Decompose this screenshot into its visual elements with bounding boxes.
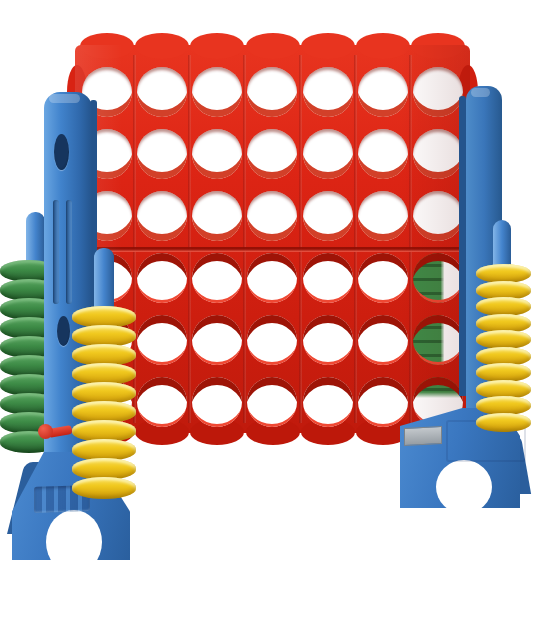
cell-r4c2[interactable] — [137, 253, 187, 303]
board-scallop-top — [80, 33, 134, 59]
left-foot-arch-cutout — [46, 510, 102, 574]
right-foot-arch-cutout — [436, 460, 492, 514]
left-front-disc-stack — [72, 306, 136, 499]
cell-r2c3[interactable] — [192, 129, 242, 179]
cell-r5c2[interactable] — [137, 315, 187, 365]
left-front-storage-post — [94, 248, 114, 314]
board-scallop-top — [301, 33, 355, 59]
cell-r5c5[interactable] — [303, 315, 353, 365]
cell-r5c6[interactable] — [358, 315, 408, 365]
board-scallop-top — [246, 33, 300, 59]
cell-r6c5[interactable] — [303, 377, 353, 427]
cell-r5c3[interactable] — [192, 315, 242, 365]
cell-r3c6[interactable] — [358, 191, 408, 241]
metal-plate — [404, 426, 442, 446]
disc-release-handle-knob[interactable] — [38, 424, 53, 439]
cell-r2c5[interactable] — [303, 129, 353, 179]
cell-r4c3[interactable] — [192, 253, 242, 303]
cell-r3c5[interactable] — [303, 191, 353, 241]
cell-r1c7[interactable] — [413, 67, 463, 117]
board-scallop-top — [356, 33, 410, 59]
cell-r4c5[interactable] — [303, 253, 353, 303]
cell-r1c4[interactable] — [247, 67, 297, 117]
cell-r2c7[interactable] — [413, 129, 463, 179]
cell-r1c6[interactable] — [358, 67, 408, 117]
cell-r1c5[interactable] — [303, 67, 353, 117]
yellow-disc[interactable] — [72, 477, 136, 499]
cell-r3c2[interactable] — [137, 191, 187, 241]
right-rear-upright-sliver — [459, 96, 466, 396]
board-scallop-top — [190, 33, 244, 59]
cell-r3c4[interactable] — [247, 191, 297, 241]
cell-r6c6[interactable] — [358, 377, 408, 427]
cell-r3c3[interactable] — [192, 191, 242, 241]
cell-r3c7[interactable] — [413, 191, 463, 241]
board-scallop-top — [411, 33, 465, 59]
cell-r4c4[interactable] — [247, 253, 297, 303]
board-scallop-top — [135, 33, 189, 59]
board-holes — [79, 61, 466, 433]
cell-r6c2[interactable] — [137, 377, 187, 427]
cell-r2c4[interactable] — [247, 129, 297, 179]
cell-r6c4[interactable] — [247, 377, 297, 427]
grip-groove — [66, 200, 72, 304]
cell-r5c7[interactable] — [413, 315, 463, 365]
cell-r1c3[interactable] — [192, 67, 242, 117]
grip-groove — [53, 200, 59, 304]
yellow-disc[interactable] — [476, 413, 531, 432]
giant-connect-four-photo — [0, 0, 533, 643]
cell-r2c2[interactable] — [137, 129, 187, 179]
cell-r2c6[interactable] — [358, 129, 408, 179]
cell-r5c4[interactable] — [247, 315, 297, 365]
right-front-disc-stack — [476, 264, 531, 432]
handle-cutout-icon — [57, 316, 70, 346]
cell-r1c2[interactable] — [137, 67, 187, 117]
cell-r4c7[interactable] — [413, 253, 463, 303]
handle-cutout-icon — [54, 134, 69, 170]
cell-r6c3[interactable] — [192, 377, 242, 427]
cell-r4c6[interactable] — [358, 253, 408, 303]
